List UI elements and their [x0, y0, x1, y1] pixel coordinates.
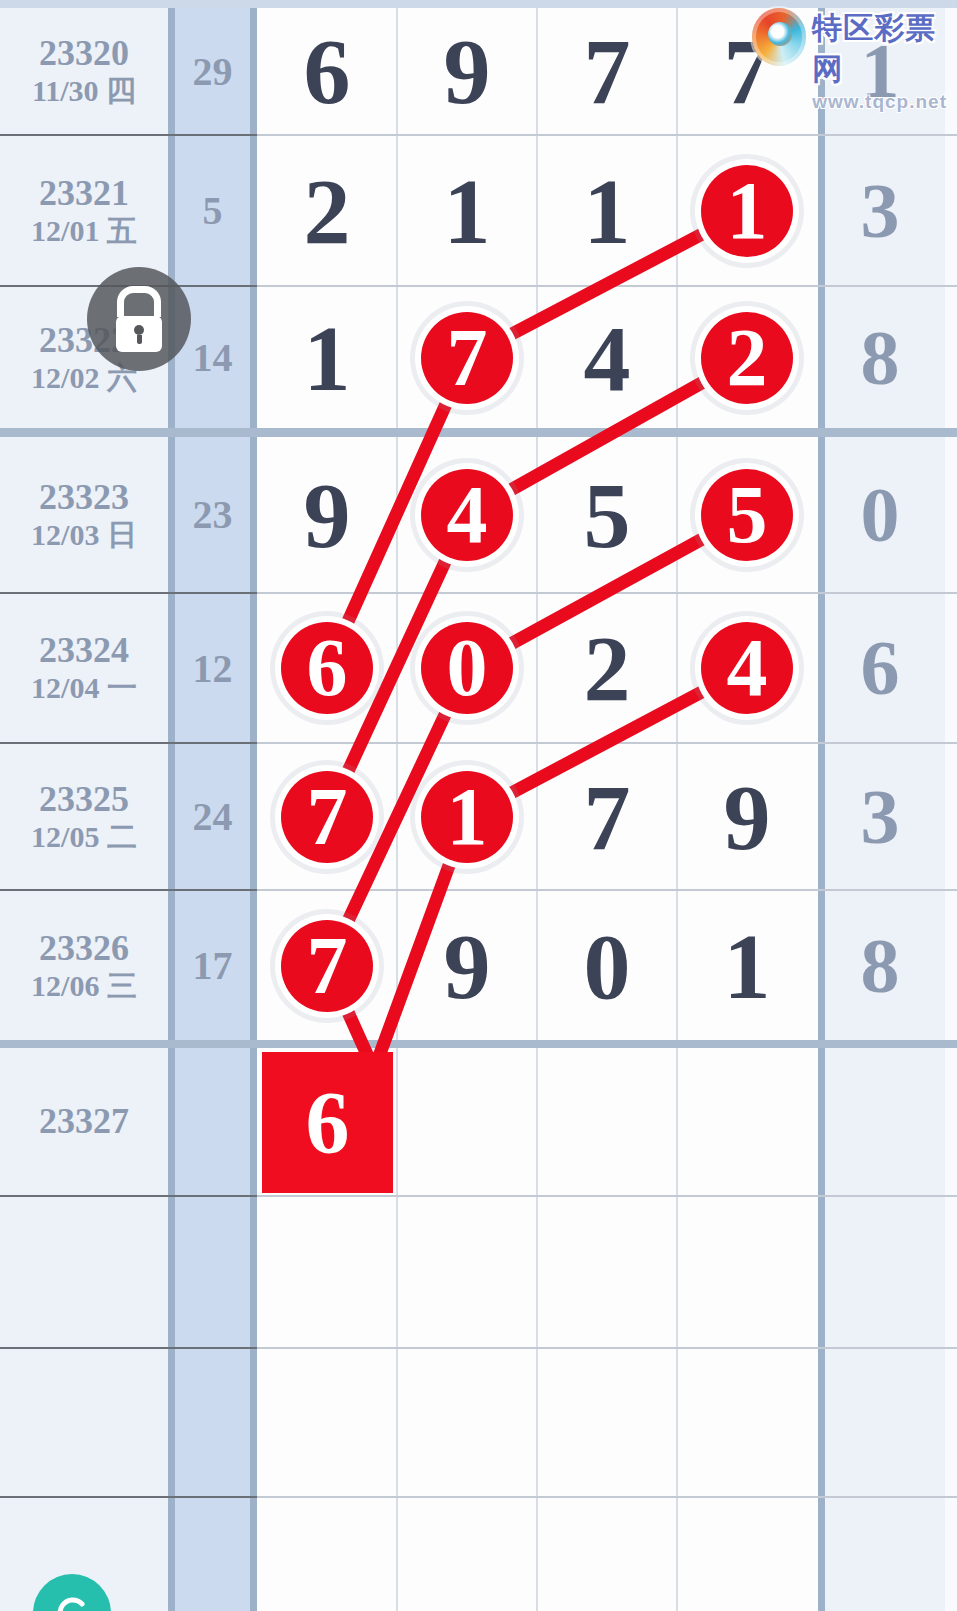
trend-line: [467, 668, 747, 817]
logo-swirl-icon: [752, 8, 806, 66]
circled-digit-value: 5: [727, 468, 768, 562]
lock-overlay-button[interactable]: [87, 267, 191, 371]
circled-digit-value: 0: [447, 621, 488, 715]
square-digit-value: 6: [306, 1072, 350, 1173]
highlight-square-digit: 6: [262, 1052, 393, 1193]
circled-digit-value: 4: [727, 621, 768, 715]
circled-digit-value: 6: [307, 621, 348, 715]
site-logo-url: www.tqcp.net: [812, 91, 957, 113]
circled-digit: 2: [701, 312, 793, 404]
circled-digit-value: 4: [447, 468, 488, 562]
refresh-icon: [49, 1590, 95, 1611]
site-logo: 特区彩票网 www.tqcp.net: [752, 8, 957, 113]
circled-digit-value: 1: [447, 770, 488, 864]
circled-digit-value: 7: [447, 311, 488, 405]
circled-digit: 1: [701, 165, 793, 257]
circled-digit-value: 2: [727, 311, 768, 405]
circled-digit: 6: [281, 622, 373, 714]
circled-digit: 7: [421, 312, 513, 404]
circled-digit: 5: [701, 469, 793, 561]
circled-digit: 4: [421, 469, 513, 561]
circled-digit-value: 7: [307, 919, 348, 1013]
site-logo-text: 特区彩票网: [812, 8, 957, 90]
trend-line: [467, 358, 747, 515]
circled-digit-value: 7: [307, 770, 348, 864]
lock-icon: [117, 286, 161, 317]
circled-digit: 7: [281, 920, 373, 1012]
circled-digit: 0: [421, 622, 513, 714]
circled-digit: 1: [421, 771, 513, 863]
circled-digit-value: 1: [727, 164, 768, 258]
lottery-trend-chart: 2332011/30 四29697712332112/01 五521132332…: [0, 0, 957, 1611]
trend-line: [467, 515, 747, 669]
circled-digit: 4: [701, 622, 793, 714]
trend-line: [467, 211, 747, 358]
circled-digit: 7: [281, 771, 373, 863]
